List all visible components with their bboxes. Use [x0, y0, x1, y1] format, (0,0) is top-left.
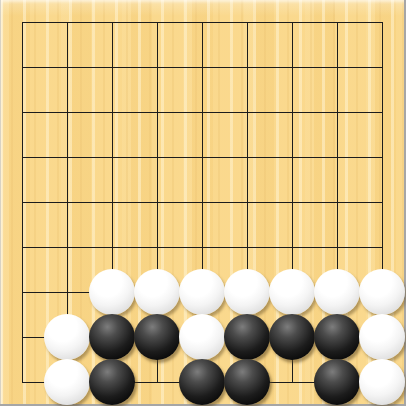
white-stone: ○	[179, 314, 225, 360]
white-stone: ○	[224, 269, 270, 315]
black-stone: ●	[89, 359, 135, 405]
white-stone: ○	[269, 269, 315, 315]
white-stone: ○	[314, 269, 360, 315]
white-stone: ○	[179, 269, 225, 315]
black-stone: ●	[224, 359, 270, 405]
black-stone: ●	[134, 314, 180, 360]
black-stone: ●	[224, 314, 270, 360]
stones-layer: ○○○○○○○○●●○●●●○○●●●●○	[0, 0, 406, 406]
black-stone: ●	[314, 359, 360, 405]
black-stone: ●	[179, 359, 225, 405]
white-stone: ○	[44, 314, 90, 360]
white-stone: ○	[359, 359, 405, 405]
go-board[interactable]: ○○○○○○○○●●○●●●○○●●●●○	[0, 0, 406, 406]
black-stone: ●	[314, 314, 360, 360]
white-stone: ○	[44, 359, 90, 405]
white-stone: ○	[359, 269, 405, 315]
white-stone: ○	[134, 269, 180, 315]
white-stone: ○	[89, 269, 135, 315]
black-stone: ●	[89, 314, 135, 360]
white-stone: ○	[359, 314, 405, 360]
black-stone: ●	[269, 314, 315, 360]
